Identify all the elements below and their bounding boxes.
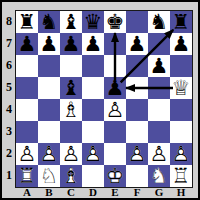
square-c1[interactable]: ♝♗ [60,165,82,187]
piece-white-pawn[interactable]: ♟♙ [150,143,169,165]
piece-white-queen[interactable]: ♛♕ [172,77,191,99]
file-label-g: G [148,187,170,198]
piece-outline: ♖ [172,164,191,188]
piece-white-pawn[interactable]: ♟♙ [172,143,191,165]
square-c7[interactable]: ♟ [60,33,82,55]
square-c8[interactable]: ♝ [60,11,82,33]
rank-label-3: 3 [2,121,16,143]
piece-outline: ♙ [128,142,147,166]
piece-white-bishop[interactable]: ♝♗ [62,99,81,121]
square-c5[interactable]: ♝ [60,77,82,99]
piece-white-pawn[interactable]: ♟♙ [40,143,59,165]
piece-outline: ♙ [62,142,81,166]
square-h8[interactable]: ♜ [170,11,192,33]
file-label-a: A [16,187,38,198]
square-f2[interactable]: ♟♙ [126,143,148,165]
square-e6[interactable] [104,55,126,77]
piece-outline: ♙ [172,142,191,166]
square-a1[interactable]: ♜♖ [16,165,38,187]
square-f4[interactable] [126,99,148,121]
square-b6[interactable] [38,55,60,77]
piece-black-pawn[interactable]: ♟ [128,33,147,55]
square-b4[interactable] [38,99,60,121]
rank-label-5: 5 [2,77,16,99]
square-g1[interactable]: ♞♘ [148,165,170,187]
square-e4[interactable]: ♟♙ [104,99,126,121]
file-label-f: F [126,187,148,198]
piece-black-rook[interactable]: ♜ [172,11,191,33]
piece-black-pawn[interactable]: ♟ [150,55,169,77]
square-b3[interactable] [38,121,60,143]
piece-black-king[interactable]: ♚ [106,11,125,33]
square-f8[interactable] [126,11,148,33]
piece-outline: ♙ [150,142,169,166]
file-label-h: H [170,187,192,198]
square-a2[interactable]: ♟♙ [16,143,38,165]
piece-outline: ♙ [18,142,37,166]
file-label-d: D [82,187,104,198]
square-e8[interactable]: ♚ [104,11,126,33]
square-f7[interactable]: ♟ [126,33,148,55]
square-e7[interactable] [104,33,126,55]
square-a8[interactable]: ♜ [16,11,38,33]
piece-outline: ♘ [150,164,169,188]
rank-label-7: 7 [2,33,16,55]
square-c6[interactable] [60,55,82,77]
piece-white-pawn[interactable]: ♟♙ [62,143,81,165]
square-f6[interactable] [126,55,148,77]
square-e5[interactable]: ♟ [104,77,126,99]
piece-outline: ♙ [40,142,59,166]
rank-labels: 87654321 [2,11,16,187]
piece-black-rook[interactable]: ♜ [18,11,37,33]
piece-white-rook[interactable]: ♜♖ [18,165,37,187]
rank-label-6: 6 [2,55,16,77]
piece-black-knight[interactable]: ♞ [150,11,169,33]
square-h2[interactable]: ♟♙ [170,143,192,165]
piece-black-pawn[interactable]: ♟ [84,33,103,55]
square-d7[interactable]: ♟ [82,33,104,55]
piece-white-pawn[interactable]: ♟♙ [128,143,147,165]
piece-white-bishop[interactable]: ♝♗ [62,165,81,187]
square-b2[interactable]: ♟♙ [38,143,60,165]
file-label-c: C [60,187,82,198]
file-labels: ABCDEFGH [16,187,192,198]
piece-white-rook[interactable]: ♜♖ [172,165,191,187]
piece-white-pawn[interactable]: ♟♙ [84,143,103,165]
square-c3[interactable] [60,121,82,143]
piece-outline: ♕ [172,76,191,100]
square-h5[interactable]: ♛♕ [170,77,192,99]
piece-black-bishop[interactable]: ♝ [62,77,81,99]
square-a6[interactable] [16,55,38,77]
square-d2[interactable]: ♟♙ [82,143,104,165]
square-h3[interactable] [170,121,192,143]
piece-white-knight[interactable]: ♞♘ [40,165,59,187]
piece-white-knight[interactable]: ♞♘ [150,165,169,187]
piece-white-pawn[interactable]: ♟♙ [106,99,125,121]
square-a4[interactable] [16,99,38,121]
square-b1[interactable]: ♞♘ [38,165,60,187]
piece-black-pawn[interactable]: ♟ [40,33,59,55]
piece-black-pawn[interactable]: ♟ [62,33,81,55]
piece-black-bishop[interactable]: ♝ [62,11,81,33]
square-c2[interactable]: ♟♙ [60,143,82,165]
square-e2[interactable] [104,143,126,165]
piece-white-pawn[interactable]: ♟♙ [18,143,37,165]
piece-black-knight[interactable]: ♞ [40,11,59,33]
piece-white-king[interactable]: ♚♔ [106,165,125,187]
square-b7[interactable]: ♟ [38,33,60,55]
square-g2[interactable]: ♟♙ [148,143,170,165]
piece-outline: ♗ [62,164,81,188]
piece-outline: ♘ [40,164,59,188]
square-g3[interactable] [148,121,170,143]
square-e1[interactable]: ♚♔ [104,165,126,187]
rank-label-4: 4 [2,99,16,121]
square-g5[interactable] [148,77,170,99]
square-f5[interactable] [126,77,148,99]
square-h1[interactable]: ♜♖ [170,165,192,187]
square-a7[interactable]: ♟ [16,33,38,55]
piece-black-pawn[interactable]: ♟ [172,33,191,55]
piece-black-pawn[interactable]: ♟ [18,33,37,55]
square-h7[interactable]: ♟ [170,33,192,55]
square-h4[interactable] [170,99,192,121]
square-f3[interactable] [126,121,148,143]
rank-label-1: 1 [2,165,16,187]
rank-label-8: 8 [2,11,16,33]
square-g7[interactable] [148,33,170,55]
square-d3[interactable] [82,121,104,143]
square-g8[interactable]: ♞ [148,11,170,33]
square-d5[interactable] [82,77,104,99]
piece-outline: ♙ [84,142,103,166]
square-e3[interactable] [104,121,126,143]
piece-outline: ♗ [62,98,81,122]
square-f1[interactable] [126,165,148,187]
chessboard-widget: 87654321 ♜♞♝♛♚♞♜♟♟♟♟♟♟♟♝♟♛♕♝♗♟♙♟♙♟♙♟♙♟♙♟… [0,0,200,200]
square-d6[interactable] [82,55,104,77]
piece-outline: ♙ [106,98,125,122]
square-b5[interactable] [38,77,60,99]
square-g4[interactable] [148,99,170,121]
square-d8[interactable]: ♛ [82,11,104,33]
piece-outline: ♖ [18,164,37,188]
square-h6[interactable] [170,55,192,77]
square-a5[interactable] [16,77,38,99]
piece-outline: ♔ [106,164,125,188]
square-d1[interactable] [82,165,104,187]
chess-board[interactable]: ♜♞♝♛♚♞♜♟♟♟♟♟♟♟♝♟♛♕♝♗♟♙♟♙♟♙♟♙♟♙♟♙♟♙♟♙♜♖♞♘… [16,11,192,187]
file-label-b: B [38,187,60,198]
piece-black-pawn[interactable]: ♟ [106,77,125,99]
square-a3[interactable] [16,121,38,143]
file-label-e: E [104,187,126,198]
square-g6[interactable]: ♟ [148,55,170,77]
rank-label-2: 2 [2,143,16,165]
square-c4[interactable]: ♝♗ [60,99,82,121]
piece-black-queen[interactable]: ♛ [84,11,103,33]
square-d4[interactable] [82,99,104,121]
square-b8[interactable]: ♞ [38,11,60,33]
